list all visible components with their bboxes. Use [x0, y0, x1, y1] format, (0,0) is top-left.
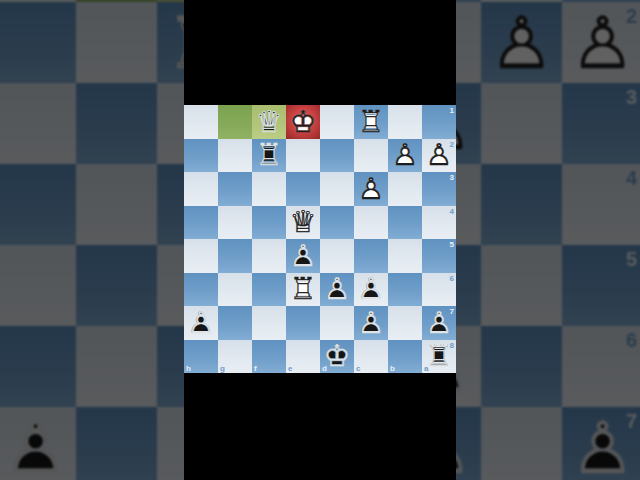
square-e8[interactable]: e: [286, 340, 320, 374]
file-label-h: h: [186, 364, 191, 373]
bg-square-a7: ♟♙7: [562, 407, 640, 480]
bg-square-a2: ♟♙2: [562, 2, 640, 83]
bg-square-b3: [481, 83, 562, 164]
square-f6[interactable]: [252, 273, 286, 307]
piece-fill-glyph: ♟: [320, 273, 354, 307]
square-d5[interactable]: [320, 239, 354, 273]
piece-outline-glyph: ♕: [286, 206, 320, 240]
square-d8[interactable]: ♚♔d: [320, 340, 354, 374]
piece-outline-glyph: ♙: [422, 139, 456, 173]
bg-square-b5: [481, 245, 562, 326]
bg-square-h2: [0, 2, 76, 83]
piece-outline-glyph: ♙: [320, 273, 354, 307]
rank-label-1: 1: [450, 106, 454, 115]
piece-fill-glyph: ♛: [286, 206, 320, 240]
bg-square-g5: [76, 245, 157, 326]
file-label-e: e: [288, 364, 292, 373]
video-frame: ♛♕♚♔♜♖1♜♖♟♙♟♙2♟♙3♛♕4♟♙5♜♖♟♙♟♙6♟♙♟♙♟♙7hgf…: [0, 0, 640, 480]
square-c5[interactable]: [354, 239, 388, 273]
square-h6[interactable]: [184, 273, 218, 307]
square-h5[interactable]: [184, 239, 218, 273]
square-d7[interactable]: [320, 306, 354, 340]
square-b4[interactable]: [388, 206, 422, 240]
bg-piece-white-pawn-b2: ♟♙: [481, 2, 562, 83]
bg-square-a6: 6: [562, 326, 640, 407]
bg-square-a5: 5: [562, 245, 640, 326]
piece-outline-glyph: ♖: [354, 105, 388, 139]
square-g2[interactable]: [218, 139, 252, 173]
square-f4[interactable]: [252, 206, 286, 240]
square-g1[interactable]: [218, 105, 252, 139]
piece-outline-glyph: ♙: [422, 306, 456, 340]
piece-black-queen-f1: ♛♕: [252, 105, 286, 139]
bg-rank-label-4: 4: [626, 167, 637, 190]
bg-square-h3: [0, 83, 76, 164]
square-g3[interactable]: [218, 172, 252, 206]
piece-outline-glyph: ♙: [354, 172, 388, 206]
square-a7[interactable]: ♟♙7: [422, 306, 456, 340]
piece-outline-glyph: ♔: [320, 340, 354, 374]
rank-label-5: 5: [450, 240, 454, 249]
piece-black-pawn-h7: ♟♙: [184, 306, 218, 340]
piece-fill-glyph: ♟: [286, 239, 320, 273]
square-f7[interactable]: [252, 306, 286, 340]
square-b1[interactable]: [388, 105, 422, 139]
square-c4[interactable]: [354, 206, 388, 240]
square-b7[interactable]: [388, 306, 422, 340]
piece-fill-glyph: ♟: [0, 407, 76, 480]
piece-fill-glyph: ♟: [184, 306, 218, 340]
piece-outline-glyph: ♙: [481, 2, 562, 83]
square-a3[interactable]: 3: [422, 172, 456, 206]
file-label-c: c: [356, 364, 360, 373]
bg-square-a3: 3: [562, 83, 640, 164]
square-c1[interactable]: ♜♖: [354, 105, 388, 139]
piece-outline-glyph: ♕: [252, 105, 286, 139]
square-f1[interactable]: ♛♕: [252, 105, 286, 139]
square-e4[interactable]: ♛♕: [286, 206, 320, 240]
piece-black-pawn-a7: ♟♙: [422, 306, 456, 340]
piece-outline-glyph: ♙: [184, 306, 218, 340]
square-g7[interactable]: [218, 306, 252, 340]
square-e6[interactable]: ♜♖: [286, 273, 320, 307]
square-a5[interactable]: 5: [422, 239, 456, 273]
square-g8[interactable]: g: [218, 340, 252, 374]
piece-fill-glyph: ♟: [354, 306, 388, 340]
square-g6[interactable]: [218, 273, 252, 307]
bg-square-h6: [0, 326, 76, 407]
bg-square-h4: [0, 164, 76, 245]
piece-outline-glyph: ♙: [562, 407, 640, 480]
square-e2[interactable]: [286, 139, 320, 173]
piece-fill-glyph: ♜: [354, 105, 388, 139]
piece-outline-glyph: ♙: [354, 273, 388, 307]
square-h2[interactable]: [184, 139, 218, 173]
rank-label-6: 6: [450, 274, 454, 283]
square-a4[interactable]: 4: [422, 206, 456, 240]
piece-white-pawn-a2: ♟♙: [422, 139, 456, 173]
piece-fill-glyph: ♟: [354, 172, 388, 206]
piece-white-pawn-b2: ♟♙: [388, 139, 422, 173]
piece-fill-glyph: ♚: [320, 340, 354, 374]
piece-outline-glyph: ♔: [286, 105, 320, 139]
piece-fill-glyph: ♟: [354, 273, 388, 307]
piece-white-pawn-c3: ♟♙: [354, 172, 388, 206]
piece-white-rook-e6: ♜♖: [286, 273, 320, 307]
square-h4[interactable]: [184, 206, 218, 240]
square-c2[interactable]: [354, 139, 388, 173]
bg-square-g2: [76, 2, 157, 83]
square-d3[interactable]: [320, 172, 354, 206]
square-e5[interactable]: ♟♙: [286, 239, 320, 273]
square-f3[interactable]: [252, 172, 286, 206]
piece-fill-glyph: ♚: [286, 105, 320, 139]
square-c7[interactable]: ♟♙: [354, 306, 388, 340]
piece-fill-glyph: ♟: [422, 306, 456, 340]
file-label-b: b: [390, 364, 395, 373]
piece-fill-glyph: ♛: [252, 105, 286, 139]
file-label-f: f: [254, 364, 257, 373]
piece-outline-glyph: ♙: [286, 239, 320, 273]
piece-outline-glyph: ♙: [354, 306, 388, 340]
piece-fill-glyph: ♟: [562, 2, 640, 83]
bg-square-g7: [76, 407, 157, 480]
piece-fill-glyph: ♟: [562, 407, 640, 480]
piece-outline-glyph: ♖: [286, 273, 320, 307]
square-a2[interactable]: ♟♙2: [422, 139, 456, 173]
piece-outline-glyph: ♖: [422, 340, 456, 374]
square-a6[interactable]: 6: [422, 273, 456, 307]
piece-fill-glyph: ♟: [481, 2, 562, 83]
bg-square-b2: ♟♙: [481, 2, 562, 83]
piece-fill-glyph: ♜: [422, 340, 456, 374]
piece-white-king-e1: ♚♔: [286, 105, 320, 139]
square-b5[interactable]: [388, 239, 422, 273]
square-d1[interactable]: [320, 105, 354, 139]
square-b6[interactable]: [388, 273, 422, 307]
square-c6[interactable]: ♟♙: [354, 273, 388, 307]
piece-white-queen-e4: ♛♕: [286, 206, 320, 240]
chess-board: ♛♕♚♔♜♖1♜♖♟♙♟♙2♟♙3♛♕4♟♙5♜♖♟♙♟♙6♟♙♟♙♟♙7hgf…: [184, 105, 456, 373]
piece-black-king-d8: ♚♔: [320, 340, 354, 374]
square-e1[interactable]: ♚♔: [286, 105, 320, 139]
square-d2[interactable]: [320, 139, 354, 173]
bg-square-h7: ♟♙: [0, 407, 76, 480]
bg-rank-label-6: 6: [626, 329, 637, 352]
piece-fill-glyph: ♜: [286, 273, 320, 307]
bg-rank-label-3: 3: [626, 86, 637, 109]
piece-black-pawn-c7: ♟♙: [354, 306, 388, 340]
square-a8[interactable]: ♜♖8a: [422, 340, 456, 374]
bg-piece-white-pawn-a2: ♟♙: [562, 2, 640, 83]
square-b2[interactable]: ♟♙: [388, 139, 422, 173]
square-f5[interactable]: [252, 239, 286, 273]
piece-outline-glyph: ♙: [562, 2, 640, 83]
piece-fill-glyph: ♟: [388, 139, 422, 173]
bg-rank-label-5: 5: [626, 248, 637, 271]
square-h1[interactable]: [184, 105, 218, 139]
piece-white-rook-c1: ♜♖: [354, 105, 388, 139]
rank-label-4: 4: [450, 207, 454, 216]
square-b3[interactable]: [388, 172, 422, 206]
file-label-g: g: [220, 364, 225, 373]
square-a1[interactable]: 1: [422, 105, 456, 139]
piece-outline-glyph: ♙: [388, 139, 422, 173]
square-b8[interactable]: b: [388, 340, 422, 374]
bg-square-h5: [0, 245, 76, 326]
square-g5[interactable]: [218, 239, 252, 273]
square-h7[interactable]: ♟♙: [184, 306, 218, 340]
bg-square-b6: [481, 326, 562, 407]
square-h8[interactable]: h: [184, 340, 218, 374]
square-d6[interactable]: ♟♙: [320, 273, 354, 307]
letterbox-column: ♛♕♚♔♜♖1♜♖♟♙♟♙2♟♙3♛♕4♟♙5♜♖♟♙♟♙6♟♙♟♙♟♙7hgf…: [184, 0, 456, 480]
bg-square-g3: [76, 83, 157, 164]
square-f2[interactable]: ♜♖: [252, 139, 286, 173]
piece-black-pawn-d6: ♟♙: [320, 273, 354, 307]
square-h3[interactable]: [184, 172, 218, 206]
bg-square-g4: [76, 164, 157, 245]
bg-piece-black-pawn-h7: ♟♙: [0, 407, 76, 480]
piece-outline-glyph: ♖: [252, 139, 286, 173]
bg-square-b7: [481, 407, 562, 480]
piece-fill-glyph: ♜: [252, 139, 286, 173]
bg-piece-black-pawn-a7: ♟♙: [562, 407, 640, 480]
square-f8[interactable]: f: [252, 340, 286, 374]
square-e3[interactable]: [286, 172, 320, 206]
square-g4[interactable]: [218, 206, 252, 240]
square-e7[interactable]: [286, 306, 320, 340]
piece-fill-glyph: ♟: [422, 139, 456, 173]
piece-black-pawn-e5: ♟♙: [286, 239, 320, 273]
square-d4[interactable]: [320, 206, 354, 240]
bg-square-a4: 4: [562, 164, 640, 245]
bg-square-g6: [76, 326, 157, 407]
piece-black-rook-a8: ♜♖: [422, 340, 456, 374]
bg-square-b4: [481, 164, 562, 245]
piece-black-pawn-c6: ♟♙: [354, 273, 388, 307]
rank-label-3: 3: [450, 173, 454, 182]
square-c8[interactable]: c: [354, 340, 388, 374]
square-c3[interactable]: ♟♙: [354, 172, 388, 206]
piece-outline-glyph: ♙: [0, 407, 76, 480]
piece-black-rook-f2: ♜♖: [252, 139, 286, 173]
